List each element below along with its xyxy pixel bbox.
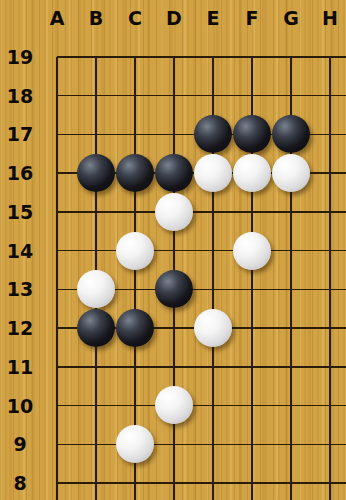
intersection-H9[interactable] — [311, 425, 346, 464]
intersection-F13[interactable] — [233, 270, 272, 309]
intersection-A9[interactable] — [38, 425, 77, 464]
intersection-D8[interactable] — [155, 464, 194, 500]
stone-black-E17 — [194, 115, 232, 153]
stone-black-C12 — [116, 309, 154, 347]
intersection-A18[interactable] — [38, 76, 77, 115]
intersection-E13[interactable] — [194, 270, 233, 309]
intersection-H17[interactable] — [311, 115, 346, 154]
intersection-F19[interactable] — [233, 38, 272, 77]
row-label-14: 14 — [0, 231, 40, 270]
row-label-18: 18 — [0, 76, 40, 115]
stone-white-F16 — [233, 154, 271, 192]
intersection-G18[interactable] — [272, 76, 311, 115]
intersection-A16[interactable] — [38, 154, 77, 193]
stone-white-E12 — [194, 309, 232, 347]
intersection-C15[interactable] — [116, 193, 155, 232]
col-label-B: B — [77, 2, 116, 34]
intersection-H12[interactable] — [311, 309, 346, 348]
intersection-F9[interactable] — [233, 425, 272, 464]
col-label-C: C — [116, 2, 155, 34]
stone-white-B13 — [77, 270, 115, 308]
intersection-A10[interactable] — [38, 386, 77, 425]
row-label-19: 19 — [0, 38, 40, 77]
intersection-C17[interactable] — [116, 115, 155, 154]
intersection-A17[interactable] — [38, 115, 77, 154]
intersection-A8[interactable] — [38, 464, 77, 500]
intersection-G8[interactable] — [272, 464, 311, 500]
intersection-G11[interactable] — [272, 347, 311, 386]
intersection-H10[interactable] — [311, 386, 346, 425]
stone-white-F14 — [233, 232, 271, 270]
intersection-F15[interactable] — [233, 193, 272, 232]
intersection-F16[interactable] — [233, 154, 272, 193]
intersection-D13[interactable] — [155, 270, 194, 309]
intersection-G12[interactable] — [272, 309, 311, 348]
stone-white-C9 — [116, 425, 154, 463]
stone-black-G17 — [272, 115, 310, 153]
intersection-D9[interactable] — [155, 425, 194, 464]
row-label-15: 15 — [0, 193, 40, 232]
intersection-E11[interactable] — [194, 347, 233, 386]
stone-white-D10 — [155, 386, 193, 424]
intersection-G16[interactable] — [272, 154, 311, 193]
intersection-E9[interactable] — [194, 425, 233, 464]
intersection-C10[interactable] — [116, 386, 155, 425]
intersection-B18[interactable] — [77, 76, 116, 115]
intersection-E10[interactable] — [194, 386, 233, 425]
intersection-F12[interactable] — [233, 309, 272, 348]
intersection-F18[interactable] — [233, 76, 272, 115]
intersection-D17[interactable] — [155, 115, 194, 154]
intersection-A19[interactable] — [38, 38, 77, 77]
intersection-E16[interactable] — [194, 154, 233, 193]
intersection-H18[interactable] — [311, 76, 346, 115]
intersection-G17[interactable] — [272, 115, 311, 154]
stone-white-C14 — [116, 232, 154, 270]
stone-black-C16 — [116, 154, 154, 192]
intersection-E18[interactable] — [194, 76, 233, 115]
intersection-D10[interactable] — [155, 386, 194, 425]
intersection-H16[interactable] — [311, 154, 346, 193]
stone-black-D13 — [155, 270, 193, 308]
intersection-A14[interactable] — [38, 231, 77, 270]
intersection-B17[interactable] — [77, 115, 116, 154]
row-label-17: 17 — [0, 115, 40, 154]
intersection-D15[interactable] — [155, 193, 194, 232]
intersection-C9[interactable] — [116, 425, 155, 464]
intersection-H11[interactable] — [311, 347, 346, 386]
intersection-F8[interactable] — [233, 464, 272, 500]
row-label-16: 16 — [0, 154, 40, 193]
intersection-G10[interactable] — [272, 386, 311, 425]
intersection-B10[interactable] — [77, 386, 116, 425]
row-label-9: 9 — [0, 425, 40, 464]
intersection-G19[interactable] — [272, 38, 311, 77]
intersection-E8[interactable] — [194, 464, 233, 500]
intersection-A12[interactable] — [38, 309, 77, 348]
intersection-D16[interactable] — [155, 154, 194, 193]
intersection-A15[interactable] — [38, 193, 77, 232]
intersection-B14[interactable] — [77, 231, 116, 270]
intersection-E19[interactable] — [194, 38, 233, 77]
intersection-F14[interactable] — [233, 231, 272, 270]
intersection-G14[interactable] — [272, 231, 311, 270]
stone-white-D15 — [155, 193, 193, 231]
intersection-G9[interactable] — [272, 425, 311, 464]
stone-black-F17 — [233, 115, 271, 153]
intersection-B8[interactable] — [77, 464, 116, 500]
intersection-D14[interactable] — [155, 231, 194, 270]
intersection-H14[interactable] — [311, 231, 346, 270]
intersection-H8[interactable] — [311, 464, 346, 500]
stone-black-B16 — [77, 154, 115, 192]
row-label-13: 13 — [0, 270, 40, 309]
intersection-B9[interactable] — [77, 425, 116, 464]
intersection-B12[interactable] — [77, 309, 116, 348]
intersection-F17[interactable] — [233, 115, 272, 154]
intersection-C19[interactable] — [116, 38, 155, 77]
intersection-D19[interactable] — [155, 38, 194, 77]
intersection-C16[interactable] — [116, 154, 155, 193]
intersection-C13[interactable] — [116, 270, 155, 309]
intersection-F10[interactable] — [233, 386, 272, 425]
intersection-H19[interactable] — [311, 38, 346, 77]
intersection-C8[interactable] — [116, 464, 155, 500]
intersection-E17[interactable] — [194, 115, 233, 154]
intersection-A11[interactable] — [38, 347, 77, 386]
intersection-G13[interactable] — [272, 270, 311, 309]
intersection-F11[interactable] — [233, 347, 272, 386]
col-label-G: G — [272, 2, 311, 34]
intersection-E12[interactable] — [194, 309, 233, 348]
col-label-F: F — [233, 2, 272, 34]
intersection-C14[interactable] — [116, 231, 155, 270]
intersection-E14[interactable] — [194, 231, 233, 270]
intersection-H15[interactable] — [311, 193, 346, 232]
go-board-screenshot: ABCDEFGH 1918171615141312111098 — [0, 0, 346, 500]
intersection-G15[interactable] — [272, 193, 311, 232]
intersection-C11[interactable] — [116, 347, 155, 386]
col-label-A: A — [38, 2, 77, 34]
intersection-B15[interactable] — [77, 193, 116, 232]
intersection-E15[interactable] — [194, 193, 233, 232]
intersection-B19[interactable] — [77, 38, 116, 77]
col-label-D: D — [155, 2, 194, 34]
row-label-12: 12 — [0, 309, 40, 348]
intersection-D11[interactable] — [155, 347, 194, 386]
col-label-H: H — [311, 2, 346, 34]
intersection-A13[interactable] — [38, 270, 77, 309]
intersection-H13[interactable] — [311, 270, 346, 309]
intersection-D18[interactable] — [155, 76, 194, 115]
stone-black-D16 — [155, 154, 193, 192]
intersection-B11[interactable] — [77, 347, 116, 386]
intersection-C12[interactable] — [116, 309, 155, 348]
row-label-8: 8 — [0, 464, 40, 500]
row-label-10: 10 — [0, 386, 40, 425]
stone-black-B12 — [77, 309, 115, 347]
stone-white-E16 — [194, 154, 232, 192]
col-label-E: E — [194, 2, 233, 34]
row-label-11: 11 — [0, 347, 40, 386]
intersection-D12[interactable] — [155, 309, 194, 348]
stone-white-G16 — [272, 154, 310, 192]
intersection-C18[interactable] — [116, 76, 155, 115]
board-grid — [38, 38, 346, 500]
intersection-B13[interactable] — [77, 270, 116, 309]
intersection-B16[interactable] — [77, 154, 116, 193]
